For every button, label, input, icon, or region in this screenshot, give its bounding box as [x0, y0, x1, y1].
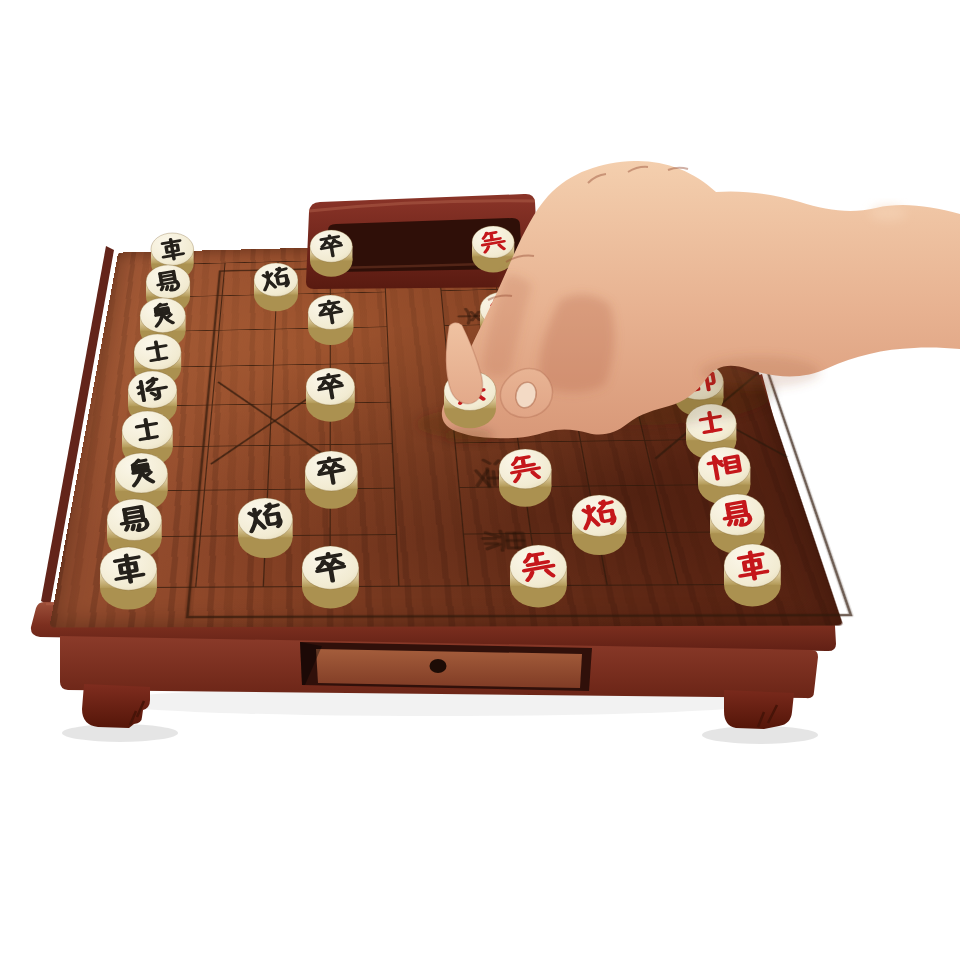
- index-fingertip: [446, 322, 483, 403]
- fingertips-overlay: [0, 0, 960, 960]
- xiangqi-set-photo: [0, 0, 960, 960]
